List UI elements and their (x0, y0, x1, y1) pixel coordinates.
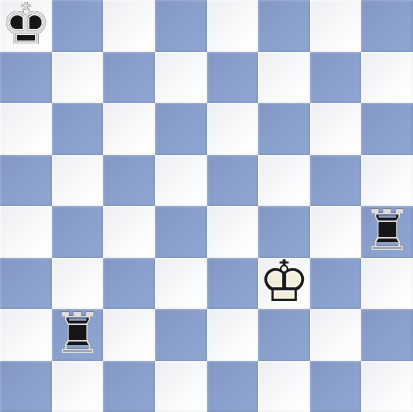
square-d7[interactable] (155, 52, 207, 104)
square-f5[interactable] (258, 155, 310, 207)
square-a8[interactable]: ♚♔ (0, 0, 52, 52)
square-g5[interactable] (310, 155, 362, 207)
black-rook-body: ♜ (52, 305, 103, 362)
square-e6[interactable] (207, 103, 259, 155)
square-e8[interactable] (207, 0, 259, 52)
square-h1[interactable] (361, 361, 413, 412)
square-g8[interactable] (310, 0, 362, 52)
black-king-outline: ♔ (0, 0, 51, 53)
square-a5[interactable] (0, 155, 52, 207)
square-b5[interactable] (52, 155, 104, 207)
piece-white-king-f3[interactable]: ♚♔ (258, 258, 310, 310)
black-rook-body: ♜ (362, 202, 413, 259)
square-h8[interactable] (361, 0, 413, 52)
square-b6[interactable] (52, 103, 104, 155)
square-g3[interactable] (310, 258, 362, 310)
square-h2[interactable] (361, 309, 413, 361)
square-a4[interactable] (0, 206, 52, 258)
square-f8[interactable] (258, 0, 310, 52)
square-g2[interactable] (310, 309, 362, 361)
square-c1[interactable] (103, 361, 155, 412)
square-g7[interactable] (310, 52, 362, 104)
square-a2[interactable] (0, 309, 52, 361)
chess-board: ♚♔♜♖♚♔♜♖ (0, 0, 413, 412)
square-f1[interactable] (258, 361, 310, 412)
square-d4[interactable] (155, 206, 207, 258)
square-b8[interactable] (52, 0, 104, 52)
square-a1[interactable] (0, 361, 52, 412)
square-g6[interactable] (310, 103, 362, 155)
square-e7[interactable] (207, 52, 259, 104)
square-d3[interactable] (155, 258, 207, 310)
square-c6[interactable] (103, 103, 155, 155)
piece-black-rook-b2[interactable]: ♜♖ (52, 309, 104, 361)
square-d2[interactable] (155, 309, 207, 361)
square-e3[interactable] (207, 258, 259, 310)
square-d5[interactable] (155, 155, 207, 207)
square-h3[interactable] (361, 258, 413, 310)
square-c7[interactable] (103, 52, 155, 104)
square-f4[interactable] (258, 206, 310, 258)
chess-board-container: ♚♔♜♖♚♔♜♖ (0, 0, 413, 412)
piece-black-rook-h4[interactable]: ♜♖ (361, 206, 413, 258)
square-a3[interactable] (0, 258, 52, 310)
square-h6[interactable] (361, 103, 413, 155)
square-h5[interactable] (361, 155, 413, 207)
square-a6[interactable] (0, 103, 52, 155)
square-b2[interactable]: ♜♖ (52, 309, 104, 361)
square-d6[interactable] (155, 103, 207, 155)
square-b3[interactable] (52, 258, 104, 310)
square-h7[interactable] (361, 52, 413, 104)
square-b1[interactable] (52, 361, 104, 412)
square-b7[interactable] (52, 52, 104, 104)
square-f6[interactable] (258, 103, 310, 155)
square-c2[interactable] (103, 309, 155, 361)
square-e2[interactable] (207, 309, 259, 361)
square-e4[interactable] (207, 206, 259, 258)
white-king-outline: ♔ (258, 254, 309, 311)
black-king-body: ♚ (0, 0, 51, 53)
square-a7[interactable] (0, 52, 52, 104)
square-f3[interactable]: ♚♔ (258, 258, 310, 310)
black-rook-outline: ♖ (362, 202, 413, 259)
square-f7[interactable] (258, 52, 310, 104)
white-king-body: ♚ (258, 254, 309, 311)
square-g4[interactable] (310, 206, 362, 258)
black-rook-outline: ♖ (52, 305, 103, 362)
square-g1[interactable] (310, 361, 362, 412)
square-c8[interactable] (103, 0, 155, 52)
square-d8[interactable] (155, 0, 207, 52)
square-c3[interactable] (103, 258, 155, 310)
square-e5[interactable] (207, 155, 259, 207)
square-c5[interactable] (103, 155, 155, 207)
square-c4[interactable] (103, 206, 155, 258)
square-d1[interactable] (155, 361, 207, 412)
piece-black-king-a8[interactable]: ♚♔ (0, 0, 52, 52)
square-f2[interactable] (258, 309, 310, 361)
square-h4[interactable]: ♜♖ (361, 206, 413, 258)
square-b4[interactable] (52, 206, 104, 258)
square-e1[interactable] (207, 361, 259, 412)
